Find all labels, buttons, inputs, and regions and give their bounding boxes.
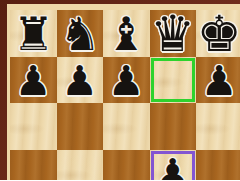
square-a8[interactable]: ♜ — [10, 10, 57, 57]
square-e8[interactable]: ♚ — [196, 10, 240, 57]
square-b7[interactable]: ♟ — [57, 57, 104, 104]
chess-game-view: ♜♞♝♛♚♟♟♟♟♟ — [0, 0, 240, 180]
square-a7[interactable]: ♟ — [10, 57, 57, 104]
black-bishop-c8[interactable]: ♝ — [106, 11, 147, 58]
black-queen-d8[interactable]: ♛ — [150, 11, 195, 58]
black-pawn-b7[interactable]: ♟ — [61, 58, 98, 105]
square-b6[interactable] — [57, 103, 104, 150]
square-b5[interactable] — [57, 150, 104, 181]
square-c8[interactable]: ♝ — [103, 10, 150, 57]
black-king-e8[interactable]: ♚ — [197, 11, 240, 58]
black-pawn-d5[interactable]: ♟ — [154, 151, 191, 181]
square-e7[interactable]: ♟ — [196, 57, 240, 104]
square-d8[interactable]: ♛ — [150, 10, 197, 57]
square-b8[interactable]: ♞ — [57, 10, 104, 57]
black-rook-a8[interactable]: ♜ — [13, 11, 54, 58]
black-pawn-a7[interactable]: ♟ — [15, 58, 52, 105]
black-pawn-e7[interactable]: ♟ — [201, 58, 238, 105]
square-c6[interactable] — [103, 103, 150, 150]
black-knight-b8[interactable]: ♞ — [59, 11, 100, 58]
square-c7[interactable]: ♟ — [103, 57, 150, 104]
black-pawn-c7[interactable]: ♟ — [108, 58, 145, 105]
square-a6[interactable] — [10, 103, 57, 150]
chess-board[interactable]: ♜♞♝♛♚♟♟♟♟♟ — [10, 10, 240, 180]
square-d7[interactable] — [150, 57, 197, 104]
square-d6[interactable] — [150, 103, 197, 150]
square-c5[interactable] — [103, 150, 150, 181]
square-e5[interactable] — [196, 150, 240, 181]
square-e6[interactable] — [196, 103, 240, 150]
square-d5[interactable]: ♟ — [150, 150, 197, 181]
square-a5[interactable] — [10, 150, 57, 181]
